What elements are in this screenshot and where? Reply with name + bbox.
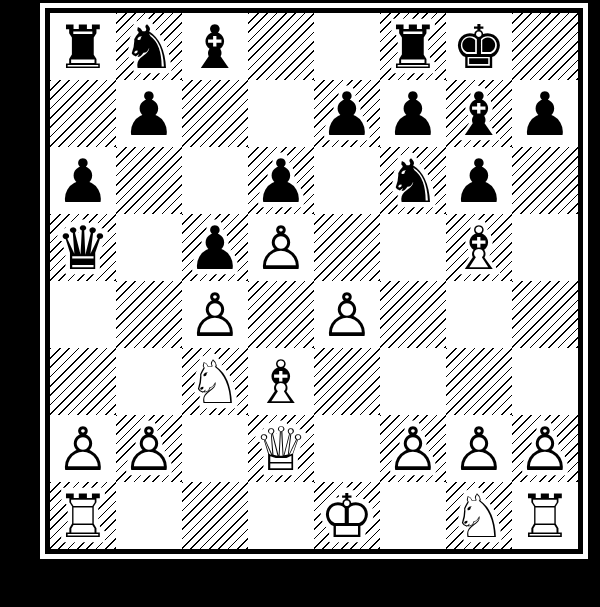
square-d8[interactable] [248, 13, 314, 80]
piece-black-pawn[interactable]: ♟♟ [380, 80, 446, 147]
square-d6[interactable]: ♟♟ [248, 147, 314, 214]
square-g2[interactable]: ♟♙ [446, 415, 512, 482]
piece-black-rook[interactable]: ♜♜ [380, 13, 446, 80]
piece-glyph: ♞ [380, 147, 446, 214]
square-h8[interactable] [512, 13, 578, 80]
square-e5[interactable] [314, 214, 380, 281]
square-c7[interactable] [182, 80, 248, 147]
board-border: ♜♜♞♞♝♝♜♜♚♚♟♟♟♟♟♟♝♝♟♟♟♟♟♟♞♞♟♟♛♛♟♟♟♙♝♗♟♙♟♙… [45, 8, 583, 554]
piece-white-pawn[interactable]: ♟♙ [50, 415, 116, 482]
piece-white-pawn[interactable]: ♟♙ [182, 281, 248, 348]
square-c6[interactable] [182, 147, 248, 214]
piece-glyph: ♝ [446, 80, 512, 147]
piece-black-rook[interactable]: ♜♜ [50, 13, 116, 80]
piece-white-rook[interactable]: ♜♖ [50, 482, 116, 549]
piece-black-pawn[interactable]: ♟♟ [512, 80, 578, 147]
piece-glyph: ♙ [50, 415, 116, 482]
piece-glyph: ♖ [512, 482, 578, 549]
square-d1[interactable] [248, 482, 314, 549]
piece-glyph: ♟ [248, 147, 314, 214]
piece-glyph: ♜ [380, 13, 446, 80]
square-c2[interactable] [182, 415, 248, 482]
piece-glyph: ♚ [446, 13, 512, 80]
piece-glyph: ♟ [380, 80, 446, 147]
square-e6[interactable] [314, 147, 380, 214]
square-g6[interactable]: ♟♟ [446, 147, 512, 214]
square-h2[interactable]: ♟♙ [512, 415, 578, 482]
piece-glyph: ♟ [314, 80, 380, 147]
piece-black-pawn[interactable]: ♟♟ [248, 147, 314, 214]
piece-glyph: ♙ [248, 214, 314, 281]
chess-board: ♜♜♞♞♝♝♜♜♚♚♟♟♟♟♟♟♝♝♟♟♟♟♟♟♞♞♟♟♛♛♟♟♟♙♝♗♟♙♟♙… [50, 13, 578, 549]
square-c5[interactable]: ♟♟ [182, 214, 248, 281]
piece-white-queen[interactable]: ♛♕ [248, 415, 314, 482]
piece-white-pawn[interactable]: ♟♙ [446, 415, 512, 482]
square-h7[interactable]: ♟♟ [512, 80, 578, 147]
square-b8[interactable]: ♞♞ [116, 13, 182, 80]
piece-black-pawn[interactable]: ♟♟ [446, 147, 512, 214]
piece-white-pawn[interactable]: ♟♙ [314, 281, 380, 348]
square-c8[interactable]: ♝♝ [182, 13, 248, 80]
square-f1[interactable] [380, 482, 446, 549]
square-d7[interactable] [248, 80, 314, 147]
square-d4[interactable] [248, 281, 314, 348]
piece-white-pawn[interactable]: ♟♙ [116, 415, 182, 482]
piece-black-knight[interactable]: ♞♞ [116, 13, 182, 80]
square-d5[interactable]: ♟♙ [248, 214, 314, 281]
square-a5[interactable]: ♛♛ [50, 214, 116, 281]
piece-glyph: ♙ [380, 415, 446, 482]
square-d2[interactable]: ♛♕ [248, 415, 314, 482]
piece-black-pawn[interactable]: ♟♟ [182, 214, 248, 281]
piece-glyph: ♙ [446, 415, 512, 482]
square-a7[interactable] [50, 80, 116, 147]
piece-white-knight[interactable]: ♞♘ [182, 348, 248, 415]
square-a1[interactable]: ♜♖ [50, 482, 116, 549]
piece-glyph: ♙ [116, 415, 182, 482]
square-e4[interactable]: ♟♙ [314, 281, 380, 348]
square-e1[interactable]: ♚♔ [314, 482, 380, 549]
piece-glyph: ♛ [50, 214, 116, 281]
square-f2[interactable]: ♟♙ [380, 415, 446, 482]
square-h5[interactable] [512, 214, 578, 281]
piece-white-pawn[interactable]: ♟♙ [512, 415, 578, 482]
square-a2[interactable]: ♟♙ [50, 415, 116, 482]
piece-glyph: ♙ [182, 281, 248, 348]
piece-black-pawn[interactable]: ♟♟ [314, 80, 380, 147]
square-f3[interactable] [380, 348, 446, 415]
piece-glyph: ♞ [116, 13, 182, 80]
square-f7[interactable]: ♟♟ [380, 80, 446, 147]
square-g3[interactable] [446, 348, 512, 415]
square-c1[interactable] [182, 482, 248, 549]
square-h6[interactable] [512, 147, 578, 214]
square-b7[interactable]: ♟♟ [116, 80, 182, 147]
square-f4[interactable] [380, 281, 446, 348]
piece-glyph: ♙ [512, 415, 578, 482]
piece-black-bishop[interactable]: ♝♝ [446, 80, 512, 147]
square-f6[interactable]: ♞♞ [380, 147, 446, 214]
piece-black-king[interactable]: ♚♚ [446, 13, 512, 80]
chess-diagram: { "game": "chess", "diagram_style": { "l… [0, 0, 600, 607]
piece-black-bishop[interactable]: ♝♝ [182, 13, 248, 80]
square-b5[interactable] [116, 214, 182, 281]
piece-black-pawn[interactable]: ♟♟ [116, 80, 182, 147]
piece-glyph: ♟ [50, 147, 116, 214]
square-c4[interactable]: ♟♙ [182, 281, 248, 348]
square-g7[interactable]: ♝♝ [446, 80, 512, 147]
square-h1[interactable]: ♜♖ [512, 482, 578, 549]
square-a3[interactable] [50, 348, 116, 415]
piece-glyph: ♝ [182, 13, 248, 80]
piece-glyph: ♟ [182, 214, 248, 281]
piece-white-king[interactable]: ♚♔ [314, 482, 380, 549]
piece-white-bishop[interactable]: ♝♗ [446, 214, 512, 281]
square-c3[interactable]: ♞♘ [182, 348, 248, 415]
square-a6[interactable]: ♟♟ [50, 147, 116, 214]
square-a4[interactable] [50, 281, 116, 348]
piece-black-knight[interactable]: ♞♞ [380, 147, 446, 214]
piece-glyph: ♘ [446, 482, 512, 549]
piece-glyph: ♟ [512, 80, 578, 147]
square-b1[interactable] [116, 482, 182, 549]
piece-white-rook[interactable]: ♜♖ [512, 482, 578, 549]
piece-glyph: ♘ [182, 348, 248, 415]
piece-glyph: ♟ [116, 80, 182, 147]
square-e2[interactable] [314, 415, 380, 482]
piece-glyph: ♕ [248, 415, 314, 482]
piece-glyph: ♖ [50, 482, 116, 549]
piece-glyph: ♙ [314, 281, 380, 348]
board-frame: ♜♜♞♞♝♝♜♜♚♚♟♟♟♟♟♟♝♝♟♟♟♟♟♟♞♞♟♟♛♛♟♟♟♙♝♗♟♙♟♙… [40, 3, 588, 559]
square-g8[interactable]: ♚♚ [446, 13, 512, 80]
square-e3[interactable] [314, 348, 380, 415]
square-e7[interactable]: ♟♟ [314, 80, 380, 147]
piece-glyph: ♔ [314, 482, 380, 549]
piece-white-pawn[interactable]: ♟♙ [380, 415, 446, 482]
square-h3[interactable] [512, 348, 578, 415]
square-b4[interactable] [116, 281, 182, 348]
square-b3[interactable] [116, 348, 182, 415]
piece-black-queen[interactable]: ♛♛ [50, 214, 116, 281]
piece-glyph: ♜ [50, 13, 116, 80]
piece-glyph: ♗ [446, 214, 512, 281]
square-f5[interactable] [380, 214, 446, 281]
piece-black-pawn[interactable]: ♟♟ [50, 147, 116, 214]
square-e8[interactable] [314, 13, 380, 80]
square-b2[interactable]: ♟♙ [116, 415, 182, 482]
square-b6[interactable] [116, 147, 182, 214]
piece-white-bishop[interactable]: ♝♗ [248, 348, 314, 415]
square-d3[interactable]: ♝♗ [248, 348, 314, 415]
square-f8[interactable]: ♜♜ [380, 13, 446, 80]
square-g1[interactable]: ♞♘ [446, 482, 512, 549]
square-h4[interactable] [512, 281, 578, 348]
piece-white-knight[interactable]: ♞♘ [446, 482, 512, 549]
square-g5[interactable]: ♝♗ [446, 214, 512, 281]
square-g4[interactable] [446, 281, 512, 348]
square-a8[interactable]: ♜♜ [50, 13, 116, 80]
piece-glyph: ♗ [248, 348, 314, 415]
piece-white-pawn[interactable]: ♟♙ [248, 214, 314, 281]
piece-glyph: ♟ [446, 147, 512, 214]
